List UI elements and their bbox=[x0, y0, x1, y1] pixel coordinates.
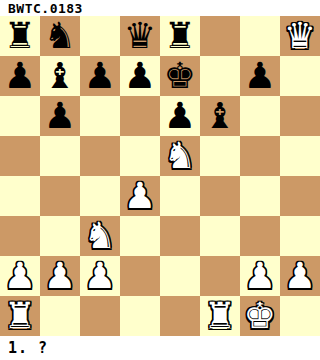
square-h5[interactable] bbox=[280, 136, 320, 176]
piece-white-knight: ♞ bbox=[84, 216, 116, 256]
square-h6[interactable] bbox=[280, 96, 320, 136]
square-e1[interactable] bbox=[160, 296, 200, 336]
piece-white-rook: ♜ bbox=[4, 296, 36, 336]
piece-black-pawn: ♟ bbox=[44, 96, 76, 136]
piece-black-queen: ♛ bbox=[124, 16, 156, 56]
square-g5[interactable] bbox=[240, 136, 280, 176]
square-e3[interactable] bbox=[160, 216, 200, 256]
square-a4[interactable] bbox=[0, 176, 40, 216]
piece-black-rook: ♜ bbox=[164, 16, 196, 56]
piece-black-knight: ♞ bbox=[44, 16, 76, 56]
square-a2[interactable]: ♟ bbox=[0, 256, 40, 296]
square-c7[interactable]: ♟ bbox=[80, 56, 120, 96]
square-b5[interactable] bbox=[40, 136, 80, 176]
piece-white-pawn: ♟ bbox=[124, 176, 156, 216]
square-g3[interactable] bbox=[240, 216, 280, 256]
square-c2[interactable]: ♟ bbox=[80, 256, 120, 296]
square-b1[interactable] bbox=[40, 296, 80, 336]
piece-white-knight: ♞ bbox=[164, 136, 196, 176]
square-a1[interactable]: ♜ bbox=[0, 296, 40, 336]
square-a6[interactable] bbox=[0, 96, 40, 136]
square-b7[interactable]: ♝ bbox=[40, 56, 80, 96]
square-e8[interactable]: ♜ bbox=[160, 16, 200, 56]
move-prompt: 1. ? bbox=[8, 339, 48, 357]
piece-white-pawn: ♟ bbox=[244, 256, 276, 296]
piece-black-bishop: ♝ bbox=[204, 96, 236, 136]
square-g7[interactable]: ♟ bbox=[240, 56, 280, 96]
puzzle-title: BWTC.0183 bbox=[8, 1, 83, 16]
square-a8[interactable]: ♜ bbox=[0, 16, 40, 56]
piece-black-pawn: ♟ bbox=[164, 96, 196, 136]
square-b4[interactable] bbox=[40, 176, 80, 216]
piece-white-pawn: ♟ bbox=[4, 256, 36, 296]
square-g8[interactable] bbox=[240, 16, 280, 56]
status-bar: 1. ? bbox=[0, 336, 320, 360]
square-d5[interactable] bbox=[120, 136, 160, 176]
square-h8[interactable]: ♛ bbox=[280, 16, 320, 56]
square-d8[interactable]: ♛ bbox=[120, 16, 160, 56]
square-f7[interactable] bbox=[200, 56, 240, 96]
square-b6[interactable]: ♟ bbox=[40, 96, 80, 136]
square-c5[interactable] bbox=[80, 136, 120, 176]
piece-white-queen: ♛ bbox=[284, 16, 316, 56]
square-e2[interactable] bbox=[160, 256, 200, 296]
square-c1[interactable] bbox=[80, 296, 120, 336]
piece-black-rook: ♜ bbox=[4, 16, 36, 56]
square-g6[interactable] bbox=[240, 96, 280, 136]
square-f8[interactable] bbox=[200, 16, 240, 56]
square-c6[interactable] bbox=[80, 96, 120, 136]
square-h1[interactable] bbox=[280, 296, 320, 336]
square-b8[interactable]: ♞ bbox=[40, 16, 80, 56]
square-d2[interactable] bbox=[120, 256, 160, 296]
square-f4[interactable] bbox=[200, 176, 240, 216]
square-f3[interactable] bbox=[200, 216, 240, 256]
chess-board: ♜♞♛♜♛♟♝♟♟♚♟♟♟♝♞♟♞♟♟♟♟♟♜♜♚ bbox=[0, 16, 320, 336]
chess-puzzle-app: BWTC.0183 ♜♞♛♜♛♟♝♟♟♚♟♟♟♝♞♟♞♟♟♟♟♟♜♜♚ 1. ? bbox=[0, 0, 320, 360]
piece-black-pawn: ♟ bbox=[84, 56, 116, 96]
square-d1[interactable] bbox=[120, 296, 160, 336]
square-e5[interactable]: ♞ bbox=[160, 136, 200, 176]
piece-white-pawn: ♟ bbox=[44, 256, 76, 296]
square-a7[interactable]: ♟ bbox=[0, 56, 40, 96]
square-a3[interactable] bbox=[0, 216, 40, 256]
square-f5[interactable] bbox=[200, 136, 240, 176]
square-h2[interactable]: ♟ bbox=[280, 256, 320, 296]
square-d7[interactable]: ♟ bbox=[120, 56, 160, 96]
square-c8[interactable] bbox=[80, 16, 120, 56]
title-bar: BWTC.0183 bbox=[0, 0, 320, 16]
square-d6[interactable] bbox=[120, 96, 160, 136]
square-e6[interactable]: ♟ bbox=[160, 96, 200, 136]
piece-black-pawn: ♟ bbox=[244, 56, 276, 96]
square-f6[interactable]: ♝ bbox=[200, 96, 240, 136]
square-d3[interactable] bbox=[120, 216, 160, 256]
square-f1[interactable]: ♜ bbox=[200, 296, 240, 336]
square-e7[interactable]: ♚ bbox=[160, 56, 200, 96]
square-d4[interactable]: ♟ bbox=[120, 176, 160, 216]
piece-black-pawn: ♟ bbox=[124, 56, 156, 96]
piece-black-bishop: ♝ bbox=[44, 56, 76, 96]
piece-black-king: ♚ bbox=[164, 56, 196, 96]
piece-white-pawn: ♟ bbox=[284, 256, 316, 296]
piece-white-pawn: ♟ bbox=[84, 256, 116, 296]
piece-white-king: ♚ bbox=[244, 296, 276, 336]
square-h3[interactable] bbox=[280, 216, 320, 256]
square-b2[interactable]: ♟ bbox=[40, 256, 80, 296]
square-a5[interactable] bbox=[0, 136, 40, 176]
square-h4[interactable] bbox=[280, 176, 320, 216]
square-c3[interactable]: ♞ bbox=[80, 216, 120, 256]
square-c4[interactable] bbox=[80, 176, 120, 216]
square-h7[interactable] bbox=[280, 56, 320, 96]
square-f2[interactable] bbox=[200, 256, 240, 296]
square-g2[interactable]: ♟ bbox=[240, 256, 280, 296]
square-b3[interactable] bbox=[40, 216, 80, 256]
square-e4[interactable] bbox=[160, 176, 200, 216]
piece-white-rook: ♜ bbox=[204, 296, 236, 336]
piece-black-pawn: ♟ bbox=[4, 56, 36, 96]
square-g4[interactable] bbox=[240, 176, 280, 216]
square-g1[interactable]: ♚ bbox=[240, 296, 280, 336]
